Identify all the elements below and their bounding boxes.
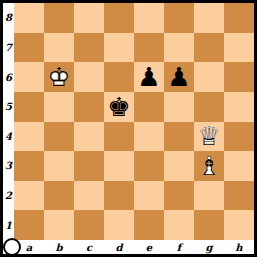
square-a1[interactable] <box>14 210 44 240</box>
square-e5[interactable] <box>134 92 164 122</box>
square-a7[interactable] <box>14 33 44 63</box>
file-labels: abcdefgh <box>14 240 254 254</box>
square-f7[interactable] <box>164 33 194 63</box>
white-bishop: ♗ <box>194 151 224 181</box>
square-c3[interactable] <box>74 151 104 181</box>
square-b8[interactable] <box>44 3 74 33</box>
square-g4[interactable]: ♛♕ <box>194 122 224 152</box>
square-d4[interactable] <box>104 122 134 152</box>
square-a6[interactable] <box>14 62 44 92</box>
square-f6[interactable]: ♟ <box>164 62 194 92</box>
square-d5[interactable]: ♚ <box>104 92 134 122</box>
square-h3[interactable] <box>224 151 254 181</box>
square-h8[interactable] <box>224 3 254 33</box>
square-e6[interactable]: ♟ <box>134 62 164 92</box>
square-d8[interactable] <box>104 3 134 33</box>
square-d3[interactable] <box>104 151 134 181</box>
file-label-h: h <box>224 240 254 254</box>
square-b1[interactable] <box>44 210 74 240</box>
square-d1[interactable] <box>104 210 134 240</box>
square-e8[interactable] <box>134 3 164 33</box>
file-label-f: f <box>164 240 194 254</box>
white-bishop-fill: ♝ <box>194 151 224 181</box>
square-f8[interactable] <box>164 3 194 33</box>
white-king-fill: ♚ <box>44 62 74 92</box>
square-c1[interactable] <box>74 210 104 240</box>
square-a5[interactable] <box>14 92 44 122</box>
square-g1[interactable] <box>194 210 224 240</box>
square-g2[interactable] <box>194 181 224 211</box>
square-e4[interactable] <box>134 122 164 152</box>
square-a4[interactable] <box>14 122 44 152</box>
square-g6[interactable] <box>194 62 224 92</box>
square-c5[interactable] <box>74 92 104 122</box>
square-h6[interactable] <box>224 62 254 92</box>
square-e1[interactable] <box>134 210 164 240</box>
square-b3[interactable] <box>44 151 74 181</box>
file-label-e: e <box>134 240 164 254</box>
square-a3[interactable] <box>14 151 44 181</box>
square-g5[interactable] <box>194 92 224 122</box>
square-f3[interactable] <box>164 151 194 181</box>
label-corner <box>3 240 14 254</box>
square-f1[interactable] <box>164 210 194 240</box>
rank-labels: 87654321 <box>3 3 14 240</box>
file-label-g: g <box>194 240 224 254</box>
file-label-d: d <box>104 240 134 254</box>
rank-label-2: 2 <box>3 181 14 211</box>
black-pawn: ♟ <box>134 62 164 92</box>
square-e2[interactable] <box>134 181 164 211</box>
square-g7[interactable] <box>194 33 224 63</box>
square-b4[interactable] <box>44 122 74 152</box>
square-f5[interactable] <box>164 92 194 122</box>
rank-label-5: 5 <box>3 92 14 122</box>
white-queen: ♕ <box>194 122 224 152</box>
square-c2[interactable] <box>74 181 104 211</box>
square-c6[interactable] <box>74 62 104 92</box>
square-h7[interactable] <box>224 33 254 63</box>
square-a2[interactable] <box>14 181 44 211</box>
file-label-b: b <box>44 240 74 254</box>
square-c7[interactable] <box>74 33 104 63</box>
rank-label-3: 3 <box>3 151 14 181</box>
chess-board: ♚♔♟♟♚♛♕♝♗ <box>14 3 254 240</box>
square-b6[interactable]: ♚♔ <box>44 62 74 92</box>
square-f2[interactable] <box>164 181 194 211</box>
square-b5[interactable] <box>44 92 74 122</box>
square-b2[interactable] <box>44 181 74 211</box>
square-d6[interactable] <box>104 62 134 92</box>
square-h2[interactable] <box>224 181 254 211</box>
file-label-c: c <box>74 240 104 254</box>
square-e3[interactable] <box>134 151 164 181</box>
square-g8[interactable] <box>194 3 224 33</box>
white-queen-fill: ♛ <box>194 122 224 152</box>
white-king: ♔ <box>44 62 74 92</box>
square-h1[interactable] <box>224 210 254 240</box>
rank-label-4: 4 <box>3 122 14 152</box>
chess-diagram: 87654321 ♚♔♟♟♚♛♕♝♗ abcdefgh <box>0 0 257 257</box>
square-d2[interactable] <box>104 181 134 211</box>
rank-label-6: 6 <box>3 62 14 92</box>
square-a8[interactable] <box>14 3 44 33</box>
black-pawn: ♟ <box>164 62 194 92</box>
black-king: ♚ <box>104 92 134 122</box>
square-c4[interactable] <box>74 122 104 152</box>
rank-label-7: 7 <box>3 33 14 63</box>
rank-label-1: 1 <box>3 210 14 240</box>
white-to-move-indicator <box>3 238 21 256</box>
square-h4[interactable] <box>224 122 254 152</box>
rank-label-8: 8 <box>3 3 14 33</box>
square-e7[interactable] <box>134 33 164 63</box>
square-d7[interactable] <box>104 33 134 63</box>
square-c8[interactable] <box>74 3 104 33</box>
square-g3[interactable]: ♝♗ <box>194 151 224 181</box>
square-f4[interactable] <box>164 122 194 152</box>
square-h5[interactable] <box>224 92 254 122</box>
square-b7[interactable] <box>44 33 74 63</box>
